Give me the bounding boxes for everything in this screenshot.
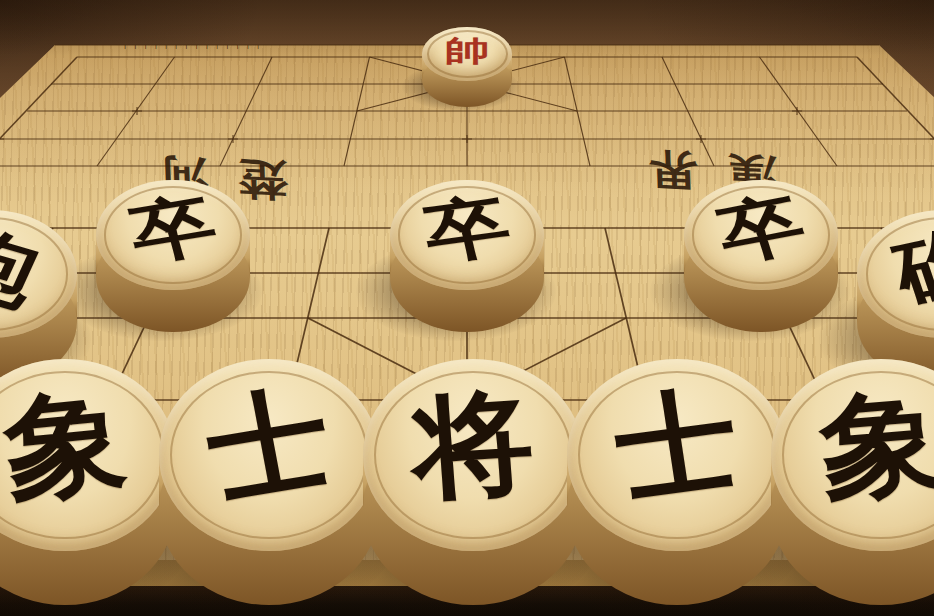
- piece-black-soldier-left[interactable]: 卒: [96, 180, 250, 333]
- piece-top-face: 卒: [684, 180, 838, 291]
- piece-character: 士: [199, 379, 339, 511]
- piece-black-soldier-center[interactable]: 卒: [390, 180, 544, 333]
- piece-character: 将: [408, 384, 537, 505]
- piece-red-general[interactable]: 帥: [422, 27, 512, 107]
- piece-character: 帥: [445, 36, 490, 65]
- piece-black-elephant-right[interactable]: 象: [771, 359, 934, 604]
- piece-black-elephant-left[interactable]: 象: [0, 359, 175, 604]
- piece-black-advisor-left[interactable]: 士: [159, 359, 379, 604]
- pieces-layer: 帥卒卒卒砲砲象士将士象: [0, 0, 934, 616]
- piece-top-face: 卒: [96, 180, 250, 291]
- piece-top-face: 帥: [422, 27, 512, 81]
- piece-black-soldier-right[interactable]: 卒: [684, 180, 838, 333]
- piece-character: 卒: [123, 189, 224, 268]
- piece-top-face: 卒: [390, 180, 544, 291]
- piece-top-face: 将: [363, 359, 583, 550]
- piece-character: 卒: [418, 190, 516, 267]
- piece-character: 象: [815, 383, 934, 506]
- piece-top-face: 士: [159, 359, 379, 550]
- piece-top-face: 士: [567, 359, 787, 550]
- piece-character: 士: [609, 381, 746, 509]
- piece-black-general[interactable]: 将: [363, 359, 583, 604]
- piece-black-advisor-right[interactable]: 士: [567, 359, 787, 604]
- piece-character: 象: [0, 383, 131, 508]
- xiangqi-photo: ıııııııııııııı 楚河 漢界 帥卒卒卒砲砲象士将士象: [0, 0, 934, 616]
